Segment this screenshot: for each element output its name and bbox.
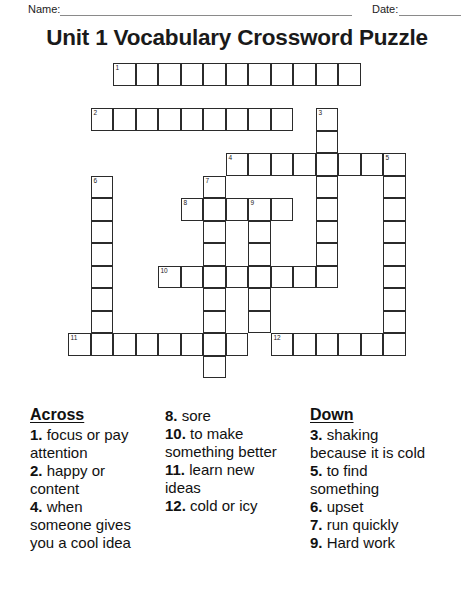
grid-cell[interactable] xyxy=(91,221,113,243)
cell-number: 8 xyxy=(184,199,188,207)
down-clues-column: Down 3. shaking because it is cold5. to … xyxy=(310,404,468,552)
grid-cell[interactable] xyxy=(203,198,226,221)
grid-cell[interactable] xyxy=(293,63,316,86)
grid-cell[interactable] xyxy=(383,333,406,356)
grid-cell[interactable]: 6 xyxy=(91,176,113,198)
clue-text: shaking because it is cold xyxy=(310,426,425,461)
grid-cell[interactable] xyxy=(158,108,181,131)
clue-item: 2. happy or content xyxy=(30,462,160,498)
clue-number: 7. xyxy=(310,516,323,533)
clue-number: 5. xyxy=(310,462,323,479)
grid-cell[interactable] xyxy=(91,243,113,266)
grid-cell[interactable] xyxy=(203,221,226,243)
grid-cell[interactable] xyxy=(158,333,181,356)
grid-cell[interactable]: 7 xyxy=(203,176,226,198)
grid-cell[interactable]: 8 xyxy=(181,198,203,221)
grid-cell[interactable] xyxy=(136,333,158,356)
clue-text: Hard work xyxy=(327,534,395,551)
grid-cell[interactable] xyxy=(293,266,316,288)
cell-number: 4 xyxy=(229,154,233,162)
grid-cell[interactable] xyxy=(248,311,271,333)
clue-item: 7. run quickly xyxy=(310,516,468,534)
clue-item: 12. cold or icy xyxy=(165,497,305,515)
grid-cell[interactable] xyxy=(316,266,338,288)
cell-number: 12 xyxy=(274,334,281,342)
grid-cell[interactable] xyxy=(338,333,361,356)
down-clue-list: 3. shaking because it is cold5. to find … xyxy=(310,426,468,552)
grid-cell[interactable] xyxy=(316,131,338,153)
grid-cell[interactable] xyxy=(271,108,293,131)
across-clues-column-2: 8. sore10. to make something better11. l… xyxy=(165,407,305,515)
grid-cell[interactable] xyxy=(316,176,338,198)
clue-number: 3. xyxy=(310,426,323,443)
grid-cell[interactable] xyxy=(203,266,226,288)
grid-cell[interactable] xyxy=(226,63,248,86)
clue-item: 6. upset xyxy=(310,498,468,516)
grid-cell[interactable] xyxy=(226,198,248,221)
worksheet-page: Name: Date: Unit 1 Vocabulary Crossword … xyxy=(0,0,474,613)
grid-cell[interactable] xyxy=(203,356,226,378)
grid-cell[interactable] xyxy=(248,153,271,176)
grid-cell[interactable]: 1 xyxy=(113,63,136,86)
clue-number: 8. xyxy=(165,407,178,424)
grid-cell[interactable] xyxy=(316,198,338,221)
grid-cell[interactable] xyxy=(383,311,406,333)
grid-cell[interactable]: 9 xyxy=(248,198,271,221)
grid-cell[interactable] xyxy=(248,288,271,311)
grid-cell[interactable] xyxy=(383,221,406,243)
grid-cell[interactable]: 4 xyxy=(226,153,248,176)
grid-cell[interactable] xyxy=(383,198,406,221)
grid-cell[interactable] xyxy=(293,333,316,356)
clue-item: 4. when someone gives you a cool idea xyxy=(30,498,160,552)
grid-cell[interactable] xyxy=(203,63,226,86)
grid-cell[interactable] xyxy=(181,266,203,288)
clue-number: 9. xyxy=(310,534,323,551)
grid-cell[interactable] xyxy=(248,243,271,266)
clue-item: 9. Hard work xyxy=(310,534,468,552)
clue-number: 12. xyxy=(165,497,186,514)
grid-cell[interactable] xyxy=(361,333,383,356)
grid-cell[interactable] xyxy=(316,153,338,176)
clue-item: 8. sore xyxy=(165,407,305,425)
grid-cell[interactable] xyxy=(316,333,338,356)
clue-text: cold or icy xyxy=(190,497,258,514)
grid-cell[interactable] xyxy=(203,108,226,131)
grid-cell[interactable]: 5 xyxy=(383,153,406,176)
clue-number: 2. xyxy=(30,462,43,479)
grid-cell[interactable] xyxy=(248,63,271,86)
grid-cell[interactable] xyxy=(316,63,338,86)
clue-text: when someone gives you a cool idea xyxy=(30,498,131,551)
grid-cell[interactable] xyxy=(271,198,293,221)
across-clues-column: Across 1. focus or pay attention2. happy… xyxy=(30,404,160,552)
clue-item: 11. learn new ideas xyxy=(165,461,305,497)
across-clue-list: 1. focus or pay attention2. happy or con… xyxy=(30,426,160,552)
cell-number: 1 xyxy=(116,64,120,72)
grid-cell[interactable] xyxy=(136,108,158,131)
down-heading: Down xyxy=(310,404,468,426)
grid-cell[interactable] xyxy=(316,221,338,243)
clue-number: 6. xyxy=(310,498,323,515)
grid-cell[interactable] xyxy=(113,108,136,131)
grid-cell[interactable] xyxy=(113,333,136,356)
across-heading: Across xyxy=(30,404,160,426)
grid-cell[interactable]: 2 xyxy=(91,108,113,131)
grid-cell[interactable] xyxy=(203,311,226,333)
cell-number: 5 xyxy=(386,154,390,162)
cell-number: 3 xyxy=(319,109,323,117)
clue-item: 10. to make something better xyxy=(165,425,305,461)
grid-cell[interactable] xyxy=(181,333,203,356)
clue-number: 4. xyxy=(30,498,43,515)
cell-number: 9 xyxy=(251,199,255,207)
grid-cell[interactable] xyxy=(338,153,361,176)
grid-cell[interactable] xyxy=(383,266,406,288)
grid-cell[interactable]: 3 xyxy=(316,108,338,131)
grid-cell[interactable]: 12 xyxy=(271,333,293,356)
grid-cell[interactable] xyxy=(226,266,248,288)
grid-cell[interactable] xyxy=(203,333,226,356)
grid-cell[interactable] xyxy=(383,288,406,311)
cell-number: 10 xyxy=(161,267,168,275)
clue-item: 1. focus or pay attention xyxy=(30,426,160,462)
grid-cell[interactable] xyxy=(248,108,271,131)
clue-number: 11. xyxy=(165,461,185,478)
grid-cell[interactable] xyxy=(181,108,203,131)
grid-cell[interactable] xyxy=(203,288,226,311)
grid-cell[interactable] xyxy=(248,266,271,288)
grid-cell[interactable] xyxy=(271,266,293,288)
grid-cell[interactable] xyxy=(293,153,316,176)
grid-cell[interactable] xyxy=(181,63,203,86)
clue-item: 3. shaking because it is cold xyxy=(310,426,468,462)
clue-item: 5. to find something xyxy=(310,462,468,498)
clue-number: 1. xyxy=(30,426,43,443)
grid-cell[interactable] xyxy=(136,63,158,86)
cell-number: 11 xyxy=(71,334,78,342)
clue-text: focus or pay attention xyxy=(30,426,128,461)
clue-text: run quickly xyxy=(327,516,399,533)
clue-number: 10. xyxy=(165,425,186,442)
grid-cell[interactable] xyxy=(316,243,338,266)
cell-number: 7 xyxy=(206,177,210,185)
grid-cell[interactable] xyxy=(383,243,406,266)
clue-text: upset xyxy=(327,498,364,515)
grid-cell[interactable] xyxy=(226,333,248,356)
grid-cell[interactable] xyxy=(91,198,113,221)
grid-cell[interactable] xyxy=(91,333,113,356)
grid-cell[interactable]: 11 xyxy=(68,333,91,356)
grid-cell[interactable] xyxy=(158,63,181,86)
grid-cell[interactable] xyxy=(383,176,406,198)
grid-cell[interactable] xyxy=(91,266,113,288)
grid-cell[interactable] xyxy=(271,153,293,176)
grid-cell[interactable] xyxy=(226,108,248,131)
cell-number: 2 xyxy=(94,109,98,117)
grid-cell[interactable] xyxy=(361,153,383,176)
grid-cell[interactable] xyxy=(338,63,361,86)
cell-number: 6 xyxy=(94,177,98,185)
clue-text: sore xyxy=(182,407,211,424)
crossword-grid: 123456789101112 xyxy=(0,0,474,400)
grid-cell[interactable] xyxy=(203,243,226,266)
grid-cell[interactable] xyxy=(271,63,293,86)
grid-cell[interactable] xyxy=(248,221,271,243)
grid-cell[interactable] xyxy=(91,311,113,333)
across-clue-list-continued: 8. sore10. to make something better11. l… xyxy=(165,407,305,515)
grid-cell[interactable] xyxy=(91,288,113,311)
grid-cell[interactable]: 10 xyxy=(158,266,181,288)
